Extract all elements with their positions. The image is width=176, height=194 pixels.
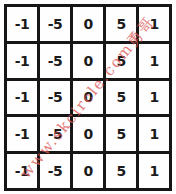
grid-cell-r5c2: -5: [40, 154, 70, 188]
grid-cell-r1c2: -5: [40, 7, 70, 41]
grid-cell-r3c3: 0: [73, 81, 103, 115]
grid-cell-r5c1: -1: [7, 154, 37, 188]
grid-cell-r4c5: 1: [139, 117, 169, 151]
grid-cell-r1c1: -1: [7, 7, 37, 41]
grid-cell-r2c4: 5: [106, 44, 136, 78]
grid-cell-r1c4: 5: [106, 7, 136, 41]
grid-cell-r2c2: -5: [40, 44, 70, 78]
grid-cell-r4c2: -5: [40, 117, 70, 151]
grid-cell-r5c3: 0: [73, 154, 103, 188]
grid-cell-r1c5: 1: [139, 7, 169, 41]
grid-cell-r4c1: -1: [7, 117, 37, 151]
grid-cell-r2c5: 1: [139, 44, 169, 78]
grid-cell-r2c3: 0: [73, 44, 103, 78]
grid-cell-r3c2: -5: [40, 81, 70, 115]
number-grid-board: -1-5051-1-5051-1-5051-1-5051-1-5051: [4, 4, 172, 191]
grid-cell-r2c1: -1: [7, 44, 37, 78]
grid-cell-r4c3: 0: [73, 117, 103, 151]
screen: -1-5051-1-5051-1-5051-1-5051-1-5051 www.…: [0, 0, 176, 194]
grid-cell-r3c1: -1: [7, 81, 37, 115]
grid-cell-r5c4: 5: [106, 154, 136, 188]
grid-cell-r1c3: 0: [73, 7, 103, 41]
grid-cell-r3c5: 1: [139, 81, 169, 115]
grid-cell-r4c4: 5: [106, 117, 136, 151]
grid-cell-r3c4: 5: [106, 81, 136, 115]
grid-cell-r5c5: 1: [139, 154, 169, 188]
